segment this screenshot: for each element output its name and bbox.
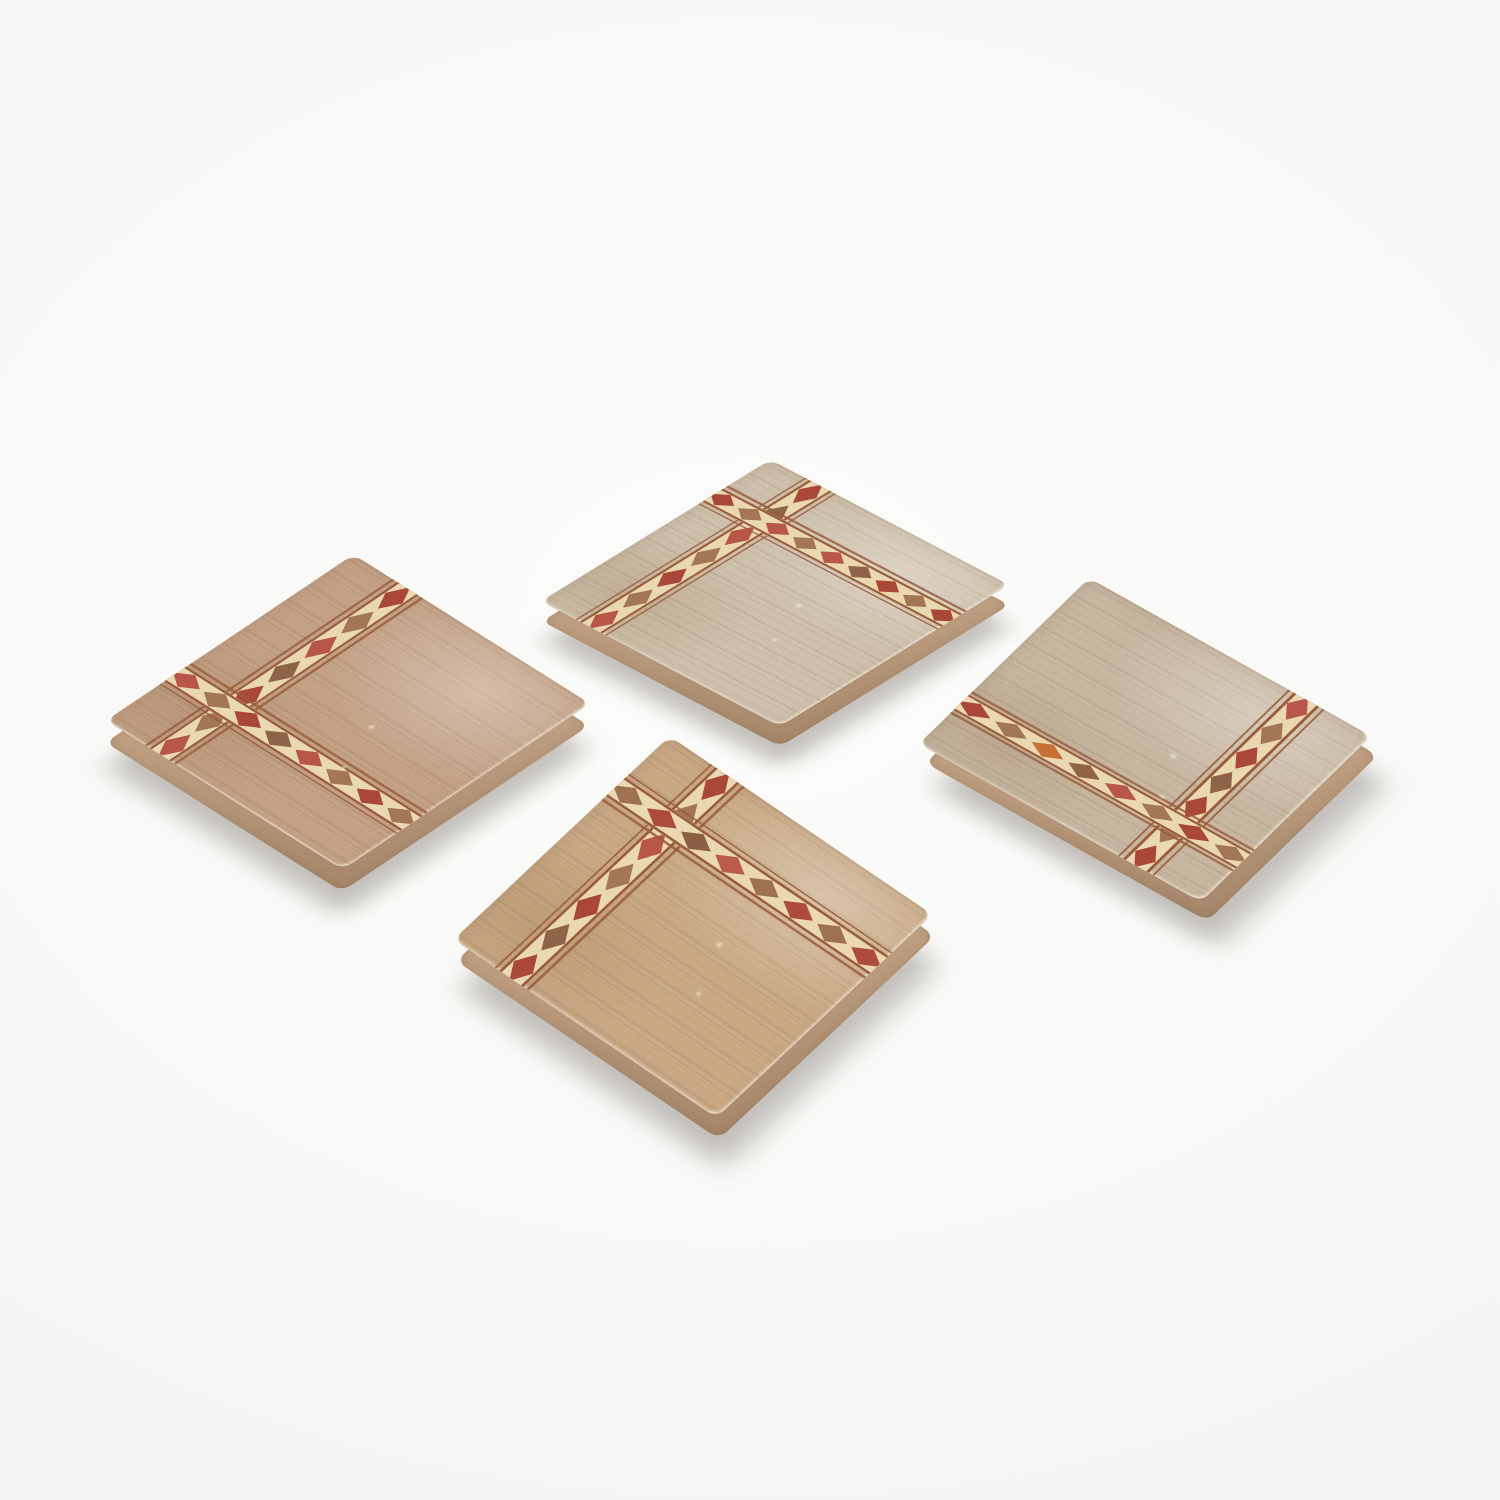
inlay-diamond	[347, 782, 392, 811]
inlay-diamond	[840, 561, 881, 584]
inlay-pinstripe	[169, 594, 428, 768]
inlay-diamond	[369, 581, 419, 614]
inlay-diamond	[1225, 741, 1268, 774]
inlay-diamond	[605, 778, 651, 813]
coaster-face	[454, 736, 933, 1118]
inlay-diamond	[1062, 756, 1106, 786]
coaster-face	[541, 460, 1009, 727]
inlay-band-horizontal	[945, 689, 1260, 875]
inlay-diamond	[952, 695, 996, 725]
inlay-diamond	[639, 801, 685, 836]
inlay-diamond	[1200, 766, 1243, 799]
inlay-diamond	[784, 480, 832, 508]
inlay-diamond	[750, 501, 798, 529]
inlay-diamond	[895, 589, 936, 612]
inlay-diamond	[682, 543, 730, 571]
coaster-front-center	[454, 736, 933, 1118]
inlay-pinstripe	[596, 795, 871, 982]
inlay-diamond	[627, 827, 675, 867]
inlay-pinstripe	[571, 475, 811, 623]
inlay-diamond	[259, 655, 309, 688]
coaster-face	[106, 555, 589, 870]
inlay-diamond	[1250, 717, 1293, 750]
inlay-diamond	[730, 503, 771, 526]
inlay-diamond	[812, 546, 853, 569]
inlay-diamond	[757, 517, 798, 540]
inlay-diamond	[296, 631, 346, 664]
inlay-cream-strip	[698, 486, 967, 629]
inlay-diamond	[707, 847, 753, 882]
inlay-diamond	[702, 489, 743, 512]
inlay-diamond	[595, 857, 643, 897]
inlay-diamond	[222, 680, 272, 713]
inlay-diamond	[1025, 736, 1069, 766]
inlay-pinstripe	[140, 576, 399, 750]
inlay-diamond	[775, 893, 821, 928]
inlay-band-vertical	[140, 576, 428, 768]
inlay-diamond	[989, 715, 1033, 745]
inlay-diamond	[1098, 777, 1142, 807]
coaster-back-center	[541, 460, 1009, 727]
inlay-diamond	[691, 767, 739, 807]
inlay-pinstripe	[600, 490, 840, 638]
inlay-pinstripe	[693, 501, 943, 632]
inlay-cream-strip	[145, 579, 424, 765]
inlay-diamond	[164, 666, 209, 695]
coaster-back-left	[106, 555, 589, 870]
inlay-diamond	[1174, 791, 1217, 824]
inlay-diamond	[673, 824, 719, 859]
inlay-band-vertical	[490, 760, 749, 995]
inlay-diamond	[785, 532, 826, 555]
inlay-diamond	[741, 870, 787, 905]
inlay-pinstripe	[1114, 686, 1293, 860]
inlay-pinstripe	[522, 782, 749, 995]
inlay-diamond	[563, 887, 611, 927]
inlay-diamond	[194, 686, 239, 715]
inlay-diamond	[1149, 815, 1192, 848]
inlay-cream-strip	[495, 763, 743, 991]
inlay-diamond	[332, 606, 382, 639]
inlay-band-vertical	[571, 475, 840, 638]
inlay-cream-strip	[948, 692, 1257, 871]
inlay-diamond	[317, 763, 362, 792]
product-photo-scene	[0, 0, 1500, 1500]
inlay-cream-strip	[576, 477, 836, 636]
inlay-diamond	[809, 916, 855, 951]
inlay-diamond	[256, 724, 301, 753]
inlay-pinstripe	[721, 483, 971, 614]
inlay-diamond	[659, 797, 707, 837]
inlay-diamond	[648, 564, 696, 592]
inlay-diamond	[716, 522, 764, 550]
inlay-diamond	[614, 585, 662, 613]
inlay-band-horizontal	[693, 483, 971, 632]
inlay-diamond	[186, 704, 236, 737]
inlay-cream-strip	[601, 774, 894, 978]
inlay-diamond	[867, 575, 908, 598]
inlay-diamond	[1135, 797, 1179, 827]
inlay-diamond	[531, 917, 579, 957]
inlay-band-horizontal	[596, 770, 897, 982]
inlay-diamond	[1172, 818, 1216, 848]
inlay-diamond	[225, 705, 270, 734]
inlay-pinstripe	[185, 660, 432, 816]
inlay-diamond	[1275, 692, 1318, 725]
inlay-diamond	[286, 743, 331, 772]
inlay-pinstripe	[623, 770, 898, 957]
